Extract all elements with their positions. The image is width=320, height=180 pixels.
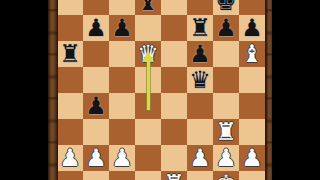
piece-black-queen[interactable]: ♛ bbox=[189, 67, 211, 93]
square-a3[interactable] bbox=[57, 119, 83, 145]
square-a7[interactable] bbox=[57, 15, 83, 41]
piece-black-pawn[interactable]: ♟ bbox=[241, 15, 263, 41]
piece-black-pawn[interactable]: ♟ bbox=[215, 15, 237, 41]
board-frame-left bbox=[48, 0, 58, 180]
square-c4[interactable] bbox=[109, 93, 135, 119]
piece-black-pawn[interactable]: ♟ bbox=[189, 41, 211, 67]
square-b5[interactable] bbox=[83, 67, 109, 93]
square-h2[interactable]: ♟ bbox=[239, 145, 265, 171]
square-d8[interactable]: ♝ bbox=[135, 0, 161, 15]
square-g7[interactable]: ♟ bbox=[213, 15, 239, 41]
square-e3[interactable] bbox=[161, 119, 187, 145]
square-d1[interactable] bbox=[135, 171, 161, 180]
piece-black-bishop[interactable]: ♝ bbox=[137, 0, 159, 15]
square-g6[interactable] bbox=[213, 41, 239, 67]
square-d3[interactable] bbox=[135, 119, 161, 145]
square-c5[interactable] bbox=[109, 67, 135, 93]
square-c2[interactable]: ♟ bbox=[109, 145, 135, 171]
square-b3[interactable] bbox=[83, 119, 109, 145]
piece-black-rook[interactable]: ♜ bbox=[59, 41, 81, 67]
square-a1[interactable] bbox=[57, 171, 83, 180]
square-e7[interactable] bbox=[161, 15, 187, 41]
square-c8[interactable] bbox=[109, 0, 135, 15]
piece-white-pawn[interactable]: ♟ bbox=[215, 145, 237, 171]
piece-white-pawn[interactable]: ♟ bbox=[59, 145, 81, 171]
square-e4[interactable] bbox=[161, 93, 187, 119]
piece-white-pawn[interactable]: ♟ bbox=[111, 145, 133, 171]
square-f4[interactable] bbox=[187, 93, 213, 119]
square-h6[interactable]: ♝ bbox=[239, 41, 265, 67]
square-g4[interactable] bbox=[213, 93, 239, 119]
square-f8[interactable] bbox=[187, 0, 213, 15]
move-arrow-head bbox=[142, 51, 154, 62]
move-arrow-shaft bbox=[147, 61, 150, 110]
square-g1[interactable]: ♚ bbox=[213, 171, 239, 180]
square-a8[interactable] bbox=[57, 0, 83, 15]
square-d7[interactable] bbox=[135, 15, 161, 41]
square-c3[interactable] bbox=[109, 119, 135, 145]
piece-white-rook[interactable]: ♜ bbox=[215, 119, 237, 145]
square-h8[interactable] bbox=[239, 0, 265, 15]
piece-black-pawn[interactable]: ♟ bbox=[111, 15, 133, 41]
square-a2[interactable]: ♟ bbox=[57, 145, 83, 171]
square-c1[interactable] bbox=[109, 171, 135, 180]
piece-white-king[interactable]: ♚ bbox=[215, 171, 237, 180]
piece-black-rook[interactable]: ♜ bbox=[189, 15, 211, 41]
piece-white-pawn[interactable]: ♟ bbox=[85, 145, 107, 171]
piece-white-rook[interactable]: ♜ bbox=[163, 171, 185, 180]
square-c7[interactable]: ♟ bbox=[109, 15, 135, 41]
square-a5[interactable] bbox=[57, 67, 83, 93]
square-b2[interactable]: ♟ bbox=[83, 145, 109, 171]
square-f1[interactable] bbox=[187, 171, 213, 180]
square-h7[interactable]: ♟ bbox=[239, 15, 265, 41]
square-b1[interactable] bbox=[83, 171, 109, 180]
square-h5[interactable] bbox=[239, 67, 265, 93]
square-e6[interactable] bbox=[161, 41, 187, 67]
square-f2[interactable]: ♟ bbox=[187, 145, 213, 171]
letterbox-right bbox=[272, 0, 320, 180]
square-g5[interactable] bbox=[213, 67, 239, 93]
square-h3[interactable] bbox=[239, 119, 265, 145]
piece-white-pawn[interactable]: ♟ bbox=[189, 145, 211, 171]
piece-black-king[interactable]: ♚ bbox=[215, 0, 237, 15]
square-e1[interactable]: ♜ bbox=[161, 171, 187, 180]
piece-white-bishop[interactable]: ♝ bbox=[241, 41, 263, 67]
square-g2[interactable]: ♟ bbox=[213, 145, 239, 171]
square-f7[interactable]: ♜ bbox=[187, 15, 213, 41]
square-g3[interactable]: ♜ bbox=[213, 119, 239, 145]
square-d2[interactable] bbox=[135, 145, 161, 171]
piece-white-pawn[interactable]: ♟ bbox=[241, 145, 263, 171]
square-b8[interactable] bbox=[83, 0, 109, 15]
square-f6[interactable]: ♟ bbox=[187, 41, 213, 67]
video-frame: ♝♚♟♟♜♟♟♜♛♟♝♛♟♜♟♟♟♟♟♟♜♚ bbox=[0, 0, 320, 180]
square-f5[interactable]: ♛ bbox=[187, 67, 213, 93]
square-h1[interactable] bbox=[239, 171, 265, 180]
square-h4[interactable] bbox=[239, 93, 265, 119]
square-g8[interactable]: ♚ bbox=[213, 0, 239, 15]
square-b7[interactable]: ♟ bbox=[83, 15, 109, 41]
square-e8[interactable] bbox=[161, 0, 187, 15]
square-a4[interactable] bbox=[57, 93, 83, 119]
square-e5[interactable] bbox=[161, 67, 187, 93]
letterbox-left bbox=[0, 0, 48, 180]
piece-black-pawn[interactable]: ♟ bbox=[85, 15, 107, 41]
piece-black-pawn[interactable]: ♟ bbox=[85, 93, 107, 119]
square-c6[interactable] bbox=[109, 41, 135, 67]
square-b4[interactable]: ♟ bbox=[83, 93, 109, 119]
square-a6[interactable]: ♜ bbox=[57, 41, 83, 67]
chess-board[interactable]: ♝♚♟♟♜♟♟♜♛♟♝♛♟♜♟♟♟♟♟♟♜♚ bbox=[57, 0, 265, 180]
square-f3[interactable] bbox=[187, 119, 213, 145]
square-b6[interactable] bbox=[83, 41, 109, 67]
square-e2[interactable] bbox=[161, 145, 187, 171]
